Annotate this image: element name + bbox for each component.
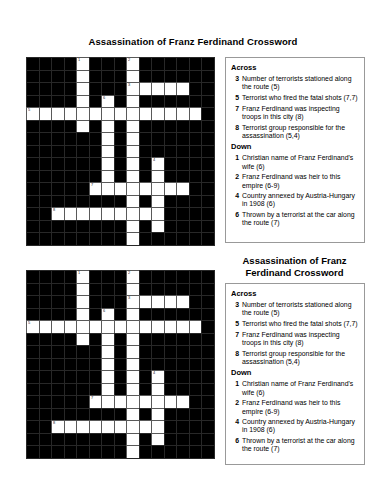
- white-cell[interactable]: [176, 295, 189, 308]
- white-cell[interactable]: [114, 107, 127, 120]
- black-cell: [201, 157, 214, 170]
- white-cell[interactable]: [151, 82, 164, 95]
- clue-item: 3Number of terrorists stationed along th…: [231, 75, 359, 91]
- black-cell: [189, 395, 202, 408]
- black-cell: [201, 383, 214, 396]
- down-heading: Down: [231, 142, 359, 151]
- white-cell[interactable]: [101, 207, 114, 220]
- clues-panel-top: Across3Number of terrorists stationed al…: [225, 57, 365, 243]
- black-cell: [139, 145, 152, 158]
- white-cell[interactable]: [139, 107, 152, 120]
- clue-item: 3Number of terrorists stationed along th…: [231, 301, 359, 317]
- white-cell[interactable]: [126, 195, 139, 208]
- black-cell: [51, 358, 64, 371]
- black-cell: [101, 220, 114, 233]
- white-cell[interactable]: [176, 182, 189, 195]
- black-cell: [164, 157, 177, 170]
- white-cell[interactable]: [126, 408, 139, 421]
- white-cell[interactable]: [139, 395, 152, 408]
- black-cell: [51, 182, 64, 195]
- black-cell: [101, 295, 114, 308]
- black-cell: [64, 270, 77, 283]
- white-cell[interactable]: [101, 333, 114, 346]
- black-cell: [26, 408, 39, 421]
- black-cell: [176, 383, 189, 396]
- white-cell[interactable]: 4: [151, 157, 164, 170]
- black-cell: [89, 220, 102, 233]
- black-cell: [64, 170, 77, 183]
- black-cell: [176, 145, 189, 158]
- black-cell: [201, 308, 214, 321]
- white-cell[interactable]: [64, 420, 77, 433]
- white-cell[interactable]: [126, 358, 139, 371]
- white-cell[interactable]: [126, 132, 139, 145]
- white-cell[interactable]: [139, 182, 152, 195]
- black-cell: [51, 220, 64, 233]
- white-cell[interactable]: [126, 232, 139, 245]
- white-cell[interactable]: [76, 295, 89, 308]
- black-cell: [39, 295, 52, 308]
- black-cell: [151, 95, 164, 108]
- black-cell: [89, 57, 102, 70]
- black-cell: [139, 220, 152, 233]
- black-cell: [201, 408, 214, 421]
- black-cell: [176, 333, 189, 346]
- white-cell[interactable]: [139, 295, 152, 308]
- white-cell[interactable]: [126, 95, 139, 108]
- white-cell[interactable]: [89, 320, 102, 333]
- black-cell: [201, 57, 214, 70]
- white-cell[interactable]: [126, 170, 139, 183]
- black-cell: [201, 445, 214, 458]
- white-cell[interactable]: 8: [51, 207, 64, 220]
- white-cell[interactable]: [151, 420, 164, 433]
- black-cell: [189, 308, 202, 321]
- white-cell[interactable]: [89, 207, 102, 220]
- clue-text: Thrown by a terrorist at the car along t…: [242, 211, 359, 227]
- white-cell[interactable]: [126, 433, 139, 446]
- black-cell: [176, 120, 189, 133]
- white-cell[interactable]: [176, 395, 189, 408]
- black-cell: [164, 207, 177, 220]
- white-cell[interactable]: [76, 207, 89, 220]
- white-cell[interactable]: [39, 320, 52, 333]
- black-cell: [164, 132, 177, 145]
- black-cell: [26, 420, 39, 433]
- white-cell[interactable]: [76, 283, 89, 296]
- black-cell: [76, 232, 89, 245]
- black-cell: [139, 345, 152, 358]
- black-cell: [64, 308, 77, 321]
- white-cell[interactable]: 2: [126, 270, 139, 283]
- black-cell: [189, 232, 202, 245]
- white-cell[interactable]: [76, 120, 89, 133]
- black-cell: [39, 395, 52, 408]
- black-cell: [114, 358, 127, 371]
- black-cell: [101, 57, 114, 70]
- black-cell: [139, 170, 152, 183]
- white-cell[interactable]: [151, 295, 164, 308]
- white-cell[interactable]: [101, 395, 114, 408]
- clue-item: 4Country annexed by Austria-Hungary in 1…: [231, 418, 359, 434]
- white-cell[interactable]: [89, 420, 102, 433]
- black-cell: [51, 345, 64, 358]
- black-cell: [26, 170, 39, 183]
- clue-number: 1: [231, 380, 239, 396]
- cell-clue-number: 1: [78, 58, 80, 62]
- white-cell[interactable]: 7: [89, 395, 102, 408]
- white-cell[interactable]: 3: [126, 295, 139, 308]
- white-cell[interactable]: [164, 295, 177, 308]
- black-cell: [101, 445, 114, 458]
- white-cell[interactable]: [126, 320, 139, 333]
- white-cell[interactable]: [139, 82, 152, 95]
- black-cell: [189, 408, 202, 421]
- white-cell[interactable]: [76, 70, 89, 83]
- black-cell: [114, 270, 127, 283]
- black-cell: [51, 132, 64, 145]
- black-cell: [39, 270, 52, 283]
- white-cell[interactable]: [176, 107, 189, 120]
- white-cell[interactable]: [126, 383, 139, 396]
- white-cell[interactable]: [126, 420, 139, 433]
- white-cell[interactable]: 1: [76, 57, 89, 70]
- black-cell: [139, 383, 152, 396]
- black-cell: [51, 308, 64, 321]
- white-cell[interactable]: [126, 220, 139, 233]
- white-cell[interactable]: [151, 182, 164, 195]
- white-cell[interactable]: 8: [51, 420, 64, 433]
- black-cell: [139, 433, 152, 446]
- black-cell: [51, 57, 64, 70]
- black-cell: [164, 308, 177, 321]
- white-cell[interactable]: [164, 395, 177, 408]
- white-cell[interactable]: [126, 308, 139, 321]
- black-cell: [151, 270, 164, 283]
- white-cell[interactable]: [151, 207, 164, 220]
- white-cell[interactable]: [151, 433, 164, 446]
- white-cell[interactable]: [164, 320, 177, 333]
- white-cell[interactable]: [151, 170, 164, 183]
- white-cell[interactable]: [126, 395, 139, 408]
- black-cell: [164, 408, 177, 421]
- black-cell: [51, 145, 64, 158]
- black-cell: [39, 82, 52, 95]
- black-cell: [201, 433, 214, 446]
- clue-item: 4Country annexed by Austria-Hungary in 1…: [231, 192, 359, 208]
- black-cell: [164, 170, 177, 183]
- black-cell: [89, 383, 102, 396]
- white-cell[interactable]: [126, 182, 139, 195]
- black-cell: [51, 120, 64, 133]
- white-cell[interactable]: [151, 107, 164, 120]
- clue-text: Terrorist group responsible for the assa…: [242, 124, 359, 140]
- black-cell: [189, 57, 202, 70]
- white-cell[interactable]: [126, 120, 139, 133]
- white-cell[interactable]: [114, 320, 127, 333]
- white-cell[interactable]: [126, 70, 139, 83]
- white-cell[interactable]: [101, 345, 114, 358]
- cell-clue-number: 6: [103, 96, 105, 100]
- black-cell: [151, 120, 164, 133]
- white-cell[interactable]: [126, 207, 139, 220]
- white-cell[interactable]: 3: [126, 82, 139, 95]
- black-cell: [101, 283, 114, 296]
- white-cell[interactable]: [114, 395, 127, 408]
- black-cell: [201, 420, 214, 433]
- white-cell[interactable]: [51, 107, 64, 120]
- white-cell[interactable]: [176, 82, 189, 95]
- black-cell: [139, 333, 152, 346]
- black-cell: [201, 320, 214, 333]
- white-cell[interactable]: 5: [26, 107, 39, 120]
- black-cell: [39, 358, 52, 371]
- black-cell: [89, 120, 102, 133]
- white-cell[interactable]: [126, 333, 139, 346]
- white-cell[interactable]: [126, 107, 139, 120]
- black-cell: [176, 57, 189, 70]
- black-cell: [51, 445, 64, 458]
- black-cell: [176, 195, 189, 208]
- white-cell[interactable]: [101, 182, 114, 195]
- white-cell[interactable]: [151, 320, 164, 333]
- black-cell: [189, 295, 202, 308]
- white-cell[interactable]: [126, 345, 139, 358]
- page-title: Assassination of Franz Ferdinand Crosswo…: [0, 36, 386, 47]
- black-cell: [51, 283, 64, 296]
- black-cell: [76, 445, 89, 458]
- black-cell: [89, 333, 102, 346]
- white-cell[interactable]: [76, 95, 89, 108]
- black-cell: [176, 370, 189, 383]
- black-cell: [64, 120, 77, 133]
- black-cell: [64, 95, 77, 108]
- black-cell: [164, 232, 177, 245]
- black-cell: [26, 370, 39, 383]
- black-cell: [164, 95, 177, 108]
- white-cell[interactable]: [64, 107, 77, 120]
- black-cell: [89, 308, 102, 321]
- black-cell: [76, 157, 89, 170]
- clue-item: 5Terrorist who fired the fatal shots (7,…: [231, 94, 359, 102]
- clue-text: Country annexed by Austria-Hungary in 19…: [242, 192, 359, 208]
- black-cell: [51, 295, 64, 308]
- white-cell[interactable]: 2: [126, 57, 139, 70]
- black-cell: [89, 145, 102, 158]
- white-cell[interactable]: [101, 420, 114, 433]
- white-cell[interactable]: [126, 145, 139, 158]
- white-cell[interactable]: [76, 420, 89, 433]
- white-cell[interactable]: [164, 82, 177, 95]
- black-cell: [101, 433, 114, 446]
- black-cell: [26, 220, 39, 233]
- black-cell: [164, 370, 177, 383]
- white-cell[interactable]: 4: [151, 370, 164, 383]
- white-cell[interactable]: [151, 395, 164, 408]
- black-cell: [26, 383, 39, 396]
- black-cell: [101, 408, 114, 421]
- white-cell[interactable]: 1: [76, 270, 89, 283]
- black-cell: [76, 132, 89, 145]
- black-cell: [39, 345, 52, 358]
- white-cell[interactable]: [101, 157, 114, 170]
- white-cell[interactable]: [126, 157, 139, 170]
- black-cell: [164, 333, 177, 346]
- crossword-grid-bottom: 12365478: [26, 270, 215, 459]
- clue-text: Christian name of Franz Ferdinand's wife…: [242, 380, 359, 396]
- cell-clue-number: 6: [103, 309, 105, 313]
- white-cell[interactable]: [189, 107, 202, 120]
- white-cell[interactable]: [151, 408, 164, 421]
- white-cell[interactable]: [101, 383, 114, 396]
- black-cell: [89, 445, 102, 458]
- black-cell: [101, 82, 114, 95]
- white-cell[interactable]: 7: [89, 182, 102, 195]
- white-cell[interactable]: [101, 370, 114, 383]
- black-cell: [201, 220, 214, 233]
- black-cell: [164, 195, 177, 208]
- black-cell: [89, 157, 102, 170]
- black-cell: [201, 120, 214, 133]
- white-cell[interactable]: [101, 320, 114, 333]
- black-cell: [201, 107, 214, 120]
- clue-number: 2: [231, 399, 239, 415]
- white-cell[interactable]: [101, 145, 114, 158]
- section-title: Assassination of Franz Ferdinand Crosswo…: [224, 255, 365, 278]
- clue-text: Franz Ferdinand was heir to this empire …: [242, 399, 359, 415]
- black-cell: [176, 170, 189, 183]
- clue-number: 7: [231, 331, 239, 347]
- black-cell: [39, 308, 52, 321]
- white-cell[interactable]: [51, 320, 64, 333]
- white-cell[interactable]: [101, 120, 114, 133]
- black-cell: [189, 170, 202, 183]
- black-cell: [76, 433, 89, 446]
- black-cell: [151, 308, 164, 321]
- black-cell: [51, 157, 64, 170]
- white-cell[interactable]: [101, 170, 114, 183]
- white-cell[interactable]: [101, 107, 114, 120]
- black-cell: [176, 95, 189, 108]
- black-cell: [176, 157, 189, 170]
- white-cell[interactable]: [151, 195, 164, 208]
- white-cell[interactable]: [64, 320, 77, 333]
- white-cell[interactable]: [139, 420, 152, 433]
- black-cell: [201, 345, 214, 358]
- black-cell: [89, 283, 102, 296]
- black-cell: [76, 345, 89, 358]
- white-cell[interactable]: [89, 107, 102, 120]
- black-cell: [64, 145, 77, 158]
- white-cell[interactable]: [101, 358, 114, 371]
- black-cell: [89, 195, 102, 208]
- black-cell: [176, 220, 189, 233]
- white-cell[interactable]: [139, 320, 152, 333]
- white-cell[interactable]: [126, 283, 139, 296]
- black-cell: [201, 182, 214, 195]
- worksheet-page: Assassination of Franz Ferdinand Crosswo…: [0, 0, 386, 500]
- black-cell: [114, 232, 127, 245]
- white-cell[interactable]: [76, 308, 89, 321]
- black-cell: [26, 308, 39, 321]
- black-cell: [114, 220, 127, 233]
- black-cell: [39, 57, 52, 70]
- black-cell: [114, 333, 127, 346]
- white-cell[interactable]: [76, 82, 89, 95]
- white-cell[interactable]: 5: [26, 320, 39, 333]
- cell-clue-number: 8: [53, 208, 55, 212]
- black-cell: [64, 157, 77, 170]
- white-cell[interactable]: [114, 182, 127, 195]
- clue-number: 8: [231, 350, 239, 366]
- white-cell[interactable]: [164, 107, 177, 120]
- white-cell[interactable]: [39, 107, 52, 120]
- black-cell: [139, 157, 152, 170]
- black-cell: [176, 70, 189, 83]
- black-cell: [76, 220, 89, 233]
- across-heading: Across: [231, 63, 359, 72]
- black-cell: [89, 433, 102, 446]
- white-cell[interactable]: [76, 320, 89, 333]
- black-cell: [139, 408, 152, 421]
- white-cell[interactable]: [64, 207, 77, 220]
- cell-clue-number: 4: [153, 371, 155, 375]
- black-cell: [139, 132, 152, 145]
- black-cell: [26, 433, 39, 446]
- white-cell[interactable]: 6: [101, 308, 114, 321]
- white-cell[interactable]: [189, 320, 202, 333]
- black-cell: [39, 120, 52, 133]
- white-cell[interactable]: [176, 320, 189, 333]
- white-cell[interactable]: [114, 207, 127, 220]
- black-cell: [139, 95, 152, 108]
- white-cell[interactable]: [151, 220, 164, 233]
- black-cell: [176, 308, 189, 321]
- clue-text: Christian name of Franz Ferdinand's wife…: [242, 154, 359, 170]
- black-cell: [151, 445, 164, 458]
- black-cell: [101, 70, 114, 83]
- white-cell[interactable]: [114, 420, 127, 433]
- white-cell[interactable]: [126, 370, 139, 383]
- white-cell[interactable]: [76, 333, 89, 346]
- black-cell: [189, 345, 202, 358]
- black-cell: [189, 383, 202, 396]
- clue-number: 2: [231, 173, 239, 189]
- white-cell[interactable]: [164, 182, 177, 195]
- black-cell: [164, 220, 177, 233]
- black-cell: [76, 170, 89, 183]
- black-cell: [114, 408, 127, 421]
- white-cell[interactable]: 6: [101, 95, 114, 108]
- black-cell: [89, 70, 102, 83]
- white-cell[interactable]: [76, 107, 89, 120]
- white-cell[interactable]: [151, 383, 164, 396]
- white-cell[interactable]: [126, 445, 139, 458]
- black-cell: [151, 358, 164, 371]
- black-cell: [114, 433, 127, 446]
- cell-clue-number: 2: [128, 58, 130, 62]
- clue-text: Terrorist who fired the fatal shots (7,7…: [242, 94, 359, 102]
- black-cell: [201, 232, 214, 245]
- black-cell: [39, 408, 52, 421]
- white-cell[interactable]: [101, 132, 114, 145]
- white-cell[interactable]: [139, 207, 152, 220]
- black-cell: [64, 395, 77, 408]
- clue-number: 6: [231, 437, 239, 453]
- cell-clue-number: 8: [53, 421, 55, 425]
- black-cell: [114, 132, 127, 145]
- black-cell: [201, 370, 214, 383]
